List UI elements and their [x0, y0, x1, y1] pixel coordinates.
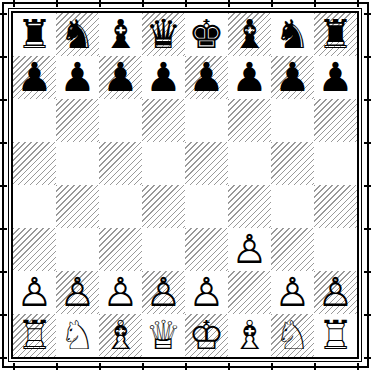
- piece-white-pawn: ♙: [189, 271, 225, 314]
- square-c2[interactable]: ♙: [99, 271, 142, 314]
- square-g3[interactable]: [271, 228, 314, 271]
- frame-tick: [314, 0, 316, 7]
- square-h2[interactable]: ♙: [314, 271, 357, 314]
- square-h5[interactable]: [314, 142, 357, 185]
- frame-tick: [357, 363, 359, 370]
- square-e5[interactable]: [185, 142, 228, 185]
- square-f7[interactable]: ♟: [228, 56, 271, 99]
- piece-black-queen: ♛: [146, 13, 182, 56]
- frame-tick: [0, 271, 7, 273]
- square-e4[interactable]: [185, 185, 228, 228]
- frame-tick: [364, 99, 371, 101]
- square-f6[interactable]: [228, 99, 271, 142]
- piece-white-pawn: ♙: [318, 271, 354, 314]
- frame-tick: [0, 56, 7, 58]
- frame-tick: [0, 99, 7, 101]
- piece-white-knight: ♘: [275, 314, 311, 357]
- square-e7[interactable]: ♟: [185, 56, 228, 99]
- frame-tick: [364, 56, 371, 58]
- square-d6[interactable]: [142, 99, 185, 142]
- piece-white-rook: ♖: [318, 314, 354, 357]
- frame-tick: [228, 0, 230, 7]
- square-g5[interactable]: [271, 142, 314, 185]
- piece-white-queen: ♕: [146, 314, 182, 357]
- square-e8[interactable]: ♚: [185, 13, 228, 56]
- square-b8[interactable]: ♞: [56, 13, 99, 56]
- frame-tick: [357, 0, 359, 7]
- frame-tick: [13, 0, 15, 7]
- square-d2[interactable]: ♙: [142, 271, 185, 314]
- piece-white-pawn: ♙: [103, 271, 139, 314]
- square-c1[interactable]: ♗: [99, 314, 142, 357]
- square-a7[interactable]: ♟: [13, 56, 56, 99]
- piece-white-pawn: ♙: [275, 271, 311, 314]
- square-b4[interactable]: [56, 185, 99, 228]
- square-f1[interactable]: ♗: [228, 314, 271, 357]
- piece-black-king: ♚: [189, 13, 225, 56]
- frame-tick: [0, 185, 7, 187]
- frame-tick: [364, 271, 371, 273]
- square-a2[interactable]: ♙: [13, 271, 56, 314]
- piece-black-pawn: ♟: [103, 56, 139, 99]
- frame-tick: [99, 363, 101, 370]
- piece-white-knight: ♘: [60, 314, 96, 357]
- frame-tick: [185, 0, 187, 7]
- chess-board: ♜♞♝♛♚♝♞♜♟♟♟♟♟♟♟♟♙♙♙♙♙♙♙♙♖♘♗♕♔♗♘♖: [13, 13, 357, 357]
- square-h1[interactable]: ♖: [314, 314, 357, 357]
- piece-black-bishop: ♝: [103, 13, 139, 56]
- piece-white-pawn: ♙: [60, 271, 96, 314]
- square-f5[interactable]: [228, 142, 271, 185]
- piece-white-bishop: ♗: [232, 314, 268, 357]
- square-g7[interactable]: ♟: [271, 56, 314, 99]
- square-g4[interactable]: [271, 185, 314, 228]
- square-a5[interactable]: [13, 142, 56, 185]
- square-b6[interactable]: [56, 99, 99, 142]
- square-d1[interactable]: ♕: [142, 314, 185, 357]
- square-e1[interactable]: ♔: [185, 314, 228, 357]
- square-f4[interactable]: [228, 185, 271, 228]
- piece-white-bishop: ♗: [103, 314, 139, 357]
- frame-tick: [185, 363, 187, 370]
- square-h3[interactable]: [314, 228, 357, 271]
- square-d5[interactable]: [142, 142, 185, 185]
- piece-white-pawn: ♙: [17, 271, 53, 314]
- square-c3[interactable]: [99, 228, 142, 271]
- piece-black-knight: ♞: [60, 13, 96, 56]
- square-b1[interactable]: ♘: [56, 314, 99, 357]
- square-d7[interactable]: ♟: [142, 56, 185, 99]
- square-g2[interactable]: ♙: [271, 271, 314, 314]
- frame-tick: [364, 13, 371, 15]
- square-f3[interactable]: ♙: [228, 228, 271, 271]
- square-e6[interactable]: [185, 99, 228, 142]
- square-d4[interactable]: [142, 185, 185, 228]
- piece-black-pawn: ♟: [146, 56, 182, 99]
- square-b2[interactable]: ♙: [56, 271, 99, 314]
- chess-diagram: ♜♞♝♛♚♝♞♜♟♟♟♟♟♟♟♟♙♙♙♙♙♙♙♙♖♘♗♕♔♗♘♖: [0, 0, 371, 370]
- frame-tick: [142, 363, 144, 370]
- square-h6[interactable]: [314, 99, 357, 142]
- square-g8[interactable]: ♞: [271, 13, 314, 56]
- frame-tick: [0, 228, 7, 230]
- piece-white-king: ♔: [189, 314, 225, 357]
- frame-tick: [0, 357, 7, 359]
- square-h7[interactable]: ♟: [314, 56, 357, 99]
- frame-tick: [271, 0, 273, 7]
- piece-black-pawn: ♟: [17, 56, 53, 99]
- square-a6[interactable]: [13, 99, 56, 142]
- frame-tick: [364, 357, 371, 359]
- frame-tick: [56, 363, 58, 370]
- frame-tick: [142, 0, 144, 7]
- frame-tick: [364, 185, 371, 187]
- square-a3[interactable]: [13, 228, 56, 271]
- square-d8[interactable]: ♛: [142, 13, 185, 56]
- square-c8[interactable]: ♝: [99, 13, 142, 56]
- piece-black-rook: ♜: [318, 13, 354, 56]
- square-c5[interactable]: [99, 142, 142, 185]
- frame-tick: [228, 363, 230, 370]
- square-a1[interactable]: ♖: [13, 314, 56, 357]
- square-e2[interactable]: ♙: [185, 271, 228, 314]
- square-b7[interactable]: ♟: [56, 56, 99, 99]
- board-border-inner: ♜♞♝♛♚♝♞♜♟♟♟♟♟♟♟♟♙♙♙♙♙♙♙♙♖♘♗♕♔♗♘♖: [11, 11, 359, 359]
- square-f2[interactable]: [228, 271, 271, 314]
- piece-black-bishop: ♝: [232, 13, 268, 56]
- piece-black-pawn: ♟: [318, 56, 354, 99]
- square-c7[interactable]: ♟: [99, 56, 142, 99]
- piece-black-pawn: ♟: [275, 56, 311, 99]
- frame-tick: [364, 228, 371, 230]
- frame-tick: [56, 0, 58, 7]
- piece-white-rook: ♖: [17, 314, 53, 357]
- square-a8[interactable]: ♜: [13, 13, 56, 56]
- square-f8[interactable]: ♝: [228, 13, 271, 56]
- square-c4[interactable]: [99, 185, 142, 228]
- piece-white-pawn: ♙: [146, 271, 182, 314]
- square-d3[interactable]: [142, 228, 185, 271]
- frame-tick: [99, 0, 101, 7]
- square-a4[interactable]: [13, 185, 56, 228]
- frame-tick: [0, 13, 7, 15]
- frame-tick: [13, 363, 15, 370]
- frame-tick: [271, 363, 273, 370]
- piece-black-knight: ♞: [275, 13, 311, 56]
- square-g6[interactable]: [271, 99, 314, 142]
- frame-tick: [0, 314, 7, 316]
- board-border-outer: ♜♞♝♛♚♝♞♜♟♟♟♟♟♟♟♟♙♙♙♙♙♙♙♙♖♘♗♕♔♗♘♖: [8, 8, 362, 362]
- square-b3[interactable]: [56, 228, 99, 271]
- piece-black-pawn: ♟: [189, 56, 225, 99]
- square-g1[interactable]: ♘: [271, 314, 314, 357]
- square-e3[interactable]: [185, 228, 228, 271]
- square-h8[interactable]: ♜: [314, 13, 357, 56]
- square-c6[interactable]: [99, 99, 142, 142]
- square-b5[interactable]: [56, 142, 99, 185]
- frame-tick: [314, 363, 316, 370]
- frame-tick: [364, 314, 371, 316]
- frame-tick: [0, 142, 7, 144]
- piece-black-pawn: ♟: [232, 56, 268, 99]
- frame-tick: [364, 142, 371, 144]
- piece-black-pawn: ♟: [60, 56, 96, 99]
- piece-white-pawn: ♙: [232, 228, 268, 271]
- square-h4[interactable]: [314, 185, 357, 228]
- piece-black-rook: ♜: [17, 13, 53, 56]
